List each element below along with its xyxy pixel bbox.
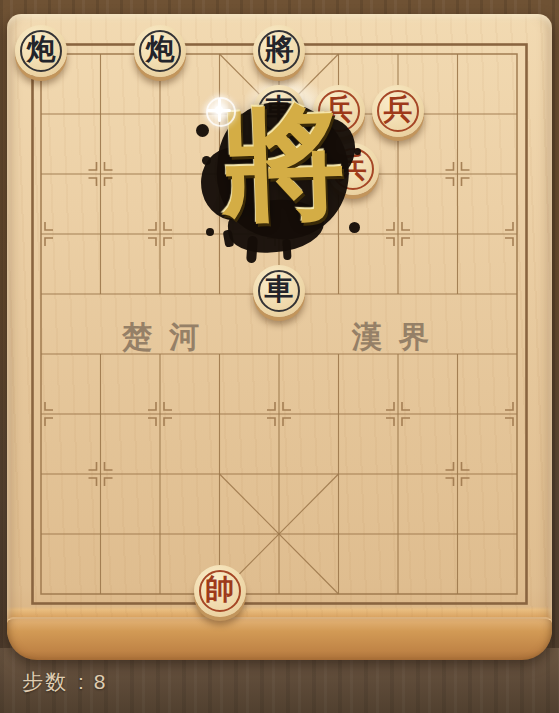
step-counter-label: 步数 [22, 670, 68, 693]
piece-character: 車 [253, 264, 305, 316]
piece-character: 炮 [15, 24, 67, 76]
piece-character: 將 [253, 24, 305, 76]
piece-character: 車 [253, 84, 305, 136]
river-label-right: 漢界 [352, 322, 446, 352]
step-counter-value: 8 [94, 670, 108, 693]
piece-character: 帥 [194, 564, 246, 616]
piece-red-soldier[interactable]: 兵 [327, 143, 379, 195]
piece-black-chariot[interactable]: 車 [253, 265, 305, 317]
piece-black-cannon[interactable]: 炮 [15, 25, 67, 77]
piece-red-soldier[interactable]: 兵 [313, 85, 365, 137]
piece-black-cannon[interactable]: 炮 [134, 25, 186, 77]
step-counter-colon: : [78, 670, 86, 693]
piece-black-general[interactable]: 將 [253, 25, 305, 77]
piece-character: 兵 [327, 142, 379, 194]
step-counter: 步数:8 [22, 668, 108, 696]
piece-character: 炮 [134, 24, 186, 76]
piece-red-general[interactable]: 帥 [194, 565, 246, 617]
piece-red-soldier[interactable]: 兵 [372, 85, 424, 137]
piece-character: 兵 [372, 84, 424, 136]
piece-character: 兵 [313, 84, 365, 136]
river-label-left: 楚河 [122, 322, 216, 352]
xiangqi-app-screen: 楚河 漢界 炮炮將車兵兵兵車帥 將 步数:8 [0, 0, 559, 713]
piece-black-chariot[interactable]: 車 [253, 85, 305, 137]
